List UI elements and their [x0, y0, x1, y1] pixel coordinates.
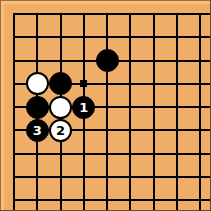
stone-white-C15 — [49, 96, 72, 119]
stone-black-E17 — [96, 49, 119, 72]
stone-white-C14-move-2: 2 — [49, 119, 72, 142]
stone-white-B16 — [26, 72, 49, 95]
board-frame-right-edge — [210, 0, 211, 211]
grid-line-horizontal — [13, 36, 211, 38]
grid-line-vertical — [106, 13, 108, 211]
grid-line-vertical — [129, 13, 131, 211]
grid-line-horizontal — [13, 13, 211, 15]
stone-black-D15-move-1: 1 — [72, 96, 95, 119]
stone-black-B15 — [26, 96, 49, 119]
grid-line-vertical — [153, 13, 155, 211]
grid-line-vertical — [176, 13, 178, 211]
star-point-marker — [80, 80, 87, 87]
stone-black-C16 — [49, 72, 72, 95]
grid-line-horizontal — [13, 199, 211, 201]
board-frame-left-bevel — [1, 1, 4, 211]
grid-line-vertical — [13, 13, 15, 211]
go-board: 132 — [0, 0, 211, 211]
grid-line-vertical — [199, 13, 201, 211]
grid-line-horizontal — [13, 176, 211, 178]
stone-black-B14-move-3: 3 — [26, 119, 49, 142]
board-frame-top-bevel — [0, 1, 211, 4]
board-frame-bottom-edge — [0, 210, 211, 211]
grid-line-horizontal — [13, 153, 211, 155]
